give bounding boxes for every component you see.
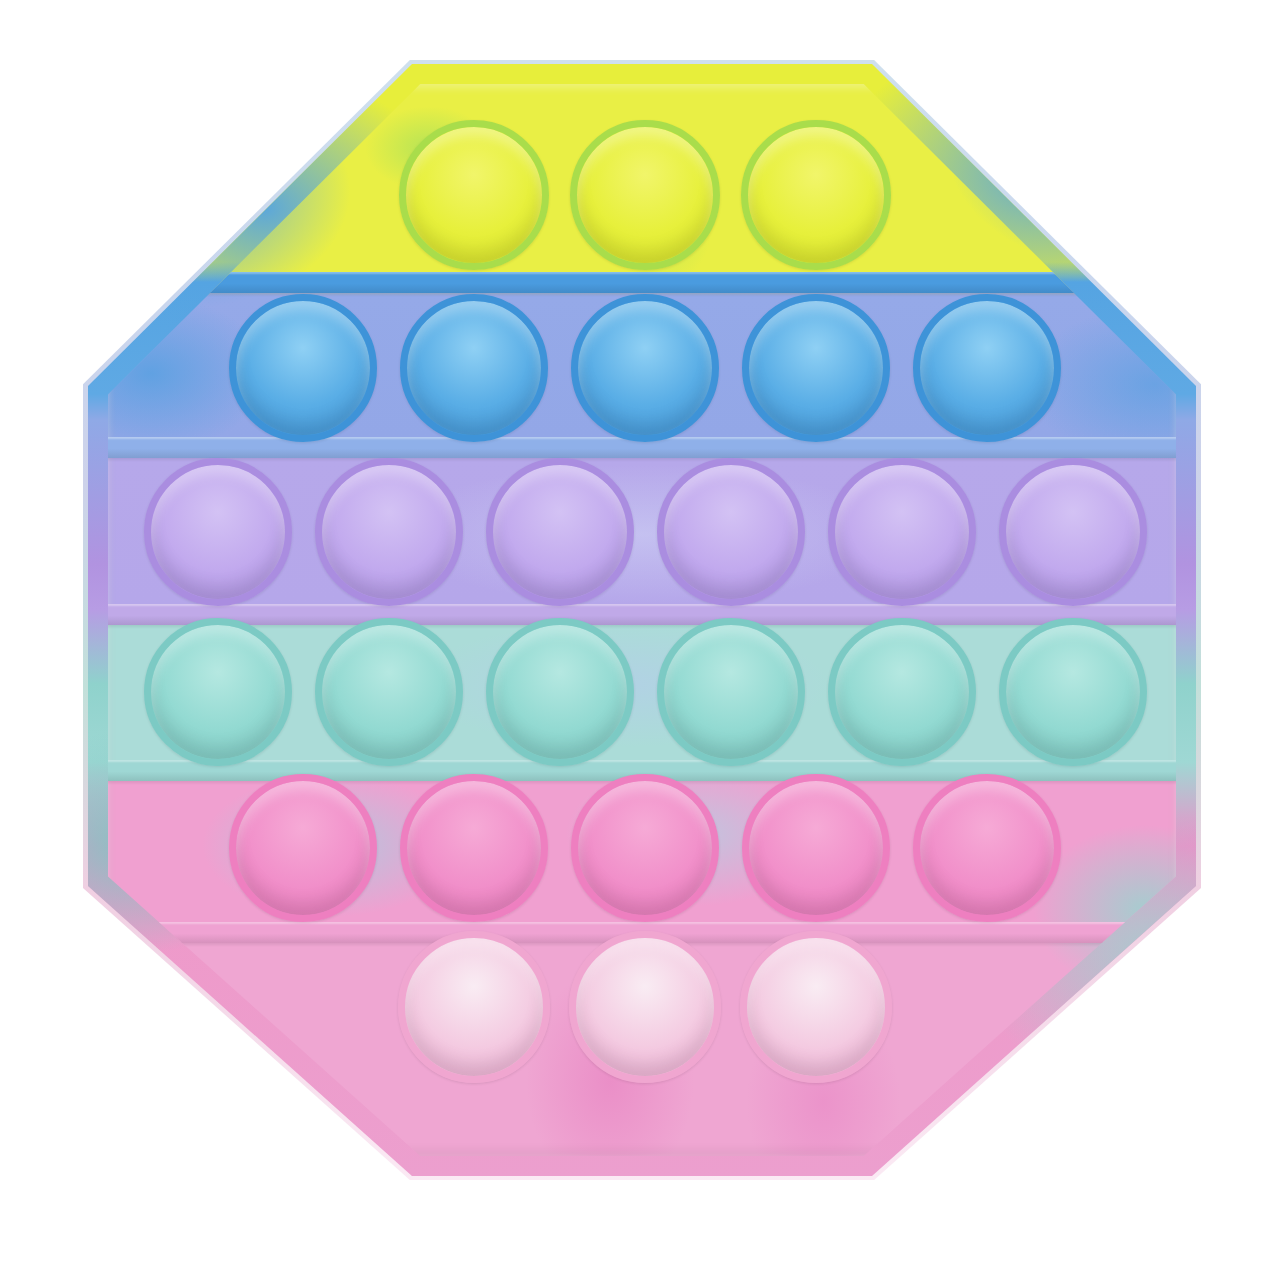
bubble-teal-r4c4[interactable] [657, 618, 805, 766]
bubble-purple-r3c5[interactable] [828, 458, 976, 606]
bubble-blue-r2c3[interactable] [571, 294, 719, 442]
product-photo-pop-it [0, 0, 1280, 1280]
bubble-pink-r5c3[interactable] [571, 774, 719, 922]
bubble-purple-r3c1[interactable] [144, 458, 292, 606]
bubble-pink-r5c5[interactable] [913, 774, 1061, 922]
bubble-blue-r2c2[interactable] [400, 294, 548, 442]
bubble-blue-r2c4[interactable] [742, 294, 890, 442]
bubble-teal-r4c5[interactable] [828, 618, 976, 766]
bubble-purple-r3c2[interactable] [315, 458, 463, 606]
pop-it-board [108, 84, 1176, 1156]
bubble-teal-r4c2[interactable] [315, 618, 463, 766]
bubble-pink-r5c4[interactable] [742, 774, 890, 922]
bubble-blue-r2c1[interactable] [229, 294, 377, 442]
bubble-yellow-r1c1[interactable] [399, 120, 549, 270]
pop-it-frame-wall [88, 64, 1196, 1176]
bubble-teal-r4c6[interactable] [999, 618, 1147, 766]
bubble-blue-r2c5[interactable] [913, 294, 1061, 442]
bubble-teal-r4c3[interactable] [486, 618, 634, 766]
bubble-yellow-r1c3[interactable] [741, 120, 891, 270]
row-divider-1 [96, 272, 1188, 293]
bubble-purple-r3c4[interactable] [657, 458, 805, 606]
bubble-pale-pink-r6c3[interactable] [740, 931, 892, 1083]
bubble-yellow-r1c2[interactable] [570, 120, 720, 270]
bubble-pink-r5c1[interactable] [229, 774, 377, 922]
bubble-teal-r4c1[interactable] [144, 618, 292, 766]
bubble-pink-r5c2[interactable] [400, 774, 548, 922]
bubble-purple-r3c3[interactable] [486, 458, 634, 606]
row-divider-3 [96, 604, 1188, 625]
bubble-pale-pink-r6c1[interactable] [398, 931, 550, 1083]
bubble-pale-pink-r6c2[interactable] [569, 931, 721, 1083]
bubble-purple-r3c6[interactable] [999, 458, 1147, 606]
